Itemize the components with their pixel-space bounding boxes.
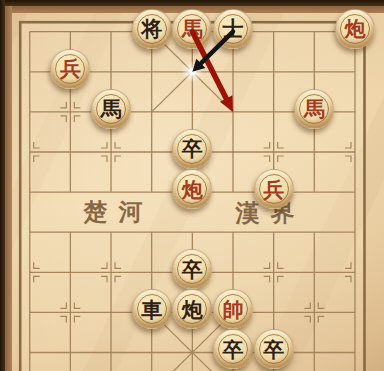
board-point-f6r8[interactable]: 帥 (213, 292, 254, 332)
board-point-f8r9[interactable] (294, 332, 335, 371)
board-point-f2r8[interactable] (50, 292, 91, 332)
board-point-f9r5[interactable] (335, 172, 376, 212)
board-point-f5r6[interactable] (172, 212, 213, 252)
board-point-f6r3[interactable] (213, 92, 254, 132)
board-point-f3r6[interactable] (91, 212, 132, 252)
board-point-f5r5[interactable]: 炮 (172, 172, 213, 212)
piece-glyph: 兵 (60, 58, 81, 79)
board-point-f3r3[interactable]: 馬 (91, 92, 132, 132)
board-point-f1r5[interactable] (9, 172, 50, 212)
piece-glyph: 馬 (101, 98, 122, 119)
piece-black-soldier[interactable]: 卒 (254, 329, 294, 369)
board-point-f2r9[interactable] (50, 332, 91, 371)
board-point-f6r4[interactable] (213, 132, 254, 172)
board-point-f2r4[interactable] (50, 132, 91, 172)
piece-red-general[interactable]: 帥 (213, 289, 253, 329)
board-point-f9r9[interactable] (335, 332, 376, 371)
board-point-f1r8[interactable] (9, 292, 50, 332)
board-point-f6r5[interactable] (213, 172, 254, 212)
board-point-f1r6[interactable] (9, 212, 50, 252)
board-point-f6r2[interactable] (213, 52, 254, 92)
board-point-f4r6[interactable] (131, 212, 172, 252)
board-point-f7r5[interactable]: 兵 (253, 172, 294, 212)
piece-black-advisor[interactable]: 士 (213, 9, 253, 49)
board-point-f3r4[interactable] (91, 132, 132, 172)
board-point-f9r8[interactable] (335, 292, 376, 332)
board-point-f9r3[interactable] (335, 92, 376, 132)
piece-red-horse[interactable]: 馬 (294, 89, 334, 129)
board-point-f7r7[interactable] (253, 252, 294, 292)
board-point-f2r7[interactable] (50, 252, 91, 292)
board-point-f2r6[interactable] (50, 212, 91, 252)
xiangqi-board: 楚河 漢界 将馬士炮兵馬馬卒炮兵卒車炮帥卒卒 (0, 0, 384, 371)
board-point-f1r7[interactable] (9, 252, 50, 292)
piece-glyph: 炮 (182, 299, 203, 320)
board-point-f4r3[interactable] (131, 92, 172, 132)
board-point-f3r8[interactable] (91, 292, 132, 332)
piece-red-horse[interactable]: 馬 (172, 9, 212, 49)
piece-red-soldier[interactable]: 兵 (254, 169, 294, 209)
piece-black-general[interactable]: 将 (132, 9, 172, 49)
board-point-f4r1[interactable]: 将 (131, 12, 172, 52)
board-point-f1r2[interactable] (9, 52, 50, 92)
board-point-f7r1[interactable] (253, 12, 294, 52)
piece-red-cannon[interactable]: 炮 (335, 9, 375, 49)
board-point-f8r4[interactable] (294, 132, 335, 172)
piece-glyph: 士 (223, 18, 244, 39)
piece-glyph: 卒 (182, 138, 203, 159)
piece-glyph: 卒 (223, 339, 244, 360)
board-point-f5r1[interactable]: 馬 (172, 12, 213, 52)
board-point-f4r5[interactable] (131, 172, 172, 212)
board-point-f7r4[interactable] (253, 132, 294, 172)
board-point-f1r9[interactable] (9, 332, 50, 371)
board-point-f8r7[interactable] (294, 252, 335, 292)
board-point-f7r3[interactable] (253, 92, 294, 132)
board-point-f3r2[interactable] (91, 52, 132, 92)
board-point-f7r8[interactable] (253, 292, 294, 332)
board-point-f8r3[interactable]: 馬 (294, 92, 335, 132)
board-point-f5r7[interactable]: 卒 (172, 252, 213, 292)
piece-glyph: 将 (141, 18, 162, 39)
piece-black-soldier[interactable]: 卒 (213, 329, 253, 369)
piece-glyph: 車 (141, 299, 162, 320)
board-point-f1r1[interactable] (9, 12, 50, 52)
board-point-f4r7[interactable] (131, 252, 172, 292)
board-point-f2r3[interactable] (50, 92, 91, 132)
piece-glyph: 炮 (344, 18, 365, 39)
board-point-f6r6[interactable] (213, 212, 254, 252)
board-point-f2r2[interactable]: 兵 (50, 52, 91, 92)
board-point-f3r1[interactable] (91, 12, 132, 52)
board-point-f1r3[interactable] (9, 92, 50, 132)
piece-black-chariot[interactable]: 車 (132, 289, 172, 329)
board-point-f3r7[interactable] (91, 252, 132, 292)
board-point-f1r4[interactable] (9, 132, 50, 172)
piece-red-soldier[interactable]: 兵 (50, 49, 90, 89)
board-point-f7r6[interactable] (253, 212, 294, 252)
piece-glyph: 炮 (182, 179, 203, 200)
board-point-f3r9[interactable] (91, 332, 132, 371)
piece-glyph: 馬 (182, 18, 203, 39)
board-points-grid: 将馬士炮兵馬馬卒炮兵卒車炮帥卒卒 (9, 12, 375, 371)
board-point-f7r2[interactable] (253, 52, 294, 92)
board-point-f2r1[interactable] (50, 12, 91, 52)
board-point-f6r7[interactable] (213, 252, 254, 292)
board-point-f4r8[interactable]: 車 (131, 292, 172, 332)
board-point-f7r9[interactable]: 卒 (253, 332, 294, 371)
board-point-f8r2[interactable] (294, 52, 335, 92)
board-point-f8r6[interactable] (294, 212, 335, 252)
board-point-f8r8[interactable] (294, 292, 335, 332)
piece-black-soldier[interactable]: 卒 (172, 249, 212, 289)
board-point-f4r2[interactable] (131, 52, 172, 92)
board-point-f6r9[interactable]: 卒 (213, 332, 254, 371)
board-point-f3r5[interactable] (91, 172, 132, 212)
board-point-f4r4[interactable] (131, 132, 172, 172)
board-point-f4r9[interactable] (131, 332, 172, 371)
board-point-f5r8[interactable]: 炮 (172, 292, 213, 332)
board-point-f2r5[interactable] (50, 172, 91, 212)
piece-glyph: 卒 (182, 259, 203, 280)
board-point-f9r1[interactable]: 炮 (335, 12, 376, 52)
board-point-f9r6[interactable] (335, 212, 376, 252)
piece-glyph: 兵 (263, 179, 284, 200)
board-point-f6r1[interactable]: 士 (213, 12, 254, 52)
board-point-f9r7[interactable] (335, 252, 376, 292)
board-point-f9r4[interactable] (335, 132, 376, 172)
piece-black-soldier[interactable]: 卒 (172, 129, 212, 169)
board-point-f8r5[interactable] (294, 172, 335, 212)
board-point-f9r2[interactable] (335, 52, 376, 92)
piece-glyph: 帥 (223, 299, 244, 320)
board-point-f8r1[interactable] (294, 12, 335, 52)
board-point-f5r3[interactable] (172, 92, 213, 132)
board-point-f5r2[interactable] (172, 52, 213, 92)
piece-black-horse[interactable]: 馬 (91, 89, 131, 129)
piece-glyph: 馬 (304, 98, 325, 119)
board-point-f5r9[interactable] (172, 332, 213, 371)
board-point-f5r4[interactable]: 卒 (172, 132, 213, 172)
piece-black-cannon[interactable]: 炮 (172, 289, 212, 329)
piece-glyph: 卒 (263, 339, 284, 360)
piece-red-cannon[interactable]: 炮 (172, 169, 212, 209)
